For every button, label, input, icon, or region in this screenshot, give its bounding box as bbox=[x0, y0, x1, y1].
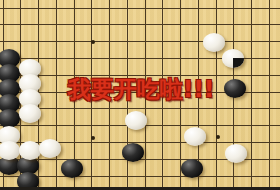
black-wedge-marker bbox=[222, 49, 244, 68]
black-stone[interactable] bbox=[61, 159, 83, 178]
board-bottom-edge bbox=[0, 187, 280, 190]
grid-vline bbox=[269, 0, 270, 190]
white-stone[interactable] bbox=[184, 127, 206, 146]
black-stone[interactable] bbox=[181, 159, 203, 178]
white-stone[interactable] bbox=[19, 141, 41, 160]
black-stone[interactable] bbox=[0, 109, 20, 128]
grid-vline bbox=[251, 0, 252, 190]
grid-hline bbox=[0, 176, 280, 177]
black-stone[interactable] bbox=[122, 143, 144, 162]
star-point bbox=[216, 135, 220, 139]
grid-hline bbox=[0, 41, 280, 42]
grid-hline bbox=[0, 8, 280, 9]
white-stone[interactable] bbox=[0, 141, 20, 160]
grid-vline bbox=[216, 0, 217, 190]
white-stone[interactable] bbox=[225, 144, 247, 163]
white-stone[interactable] bbox=[39, 139, 61, 158]
white-stone[interactable] bbox=[125, 111, 147, 130]
star-point bbox=[91, 40, 95, 44]
black-stone[interactable] bbox=[224, 79, 246, 98]
go-board: 我要开吃啦!!! bbox=[0, 0, 280, 190]
white-stone[interactable] bbox=[203, 33, 225, 52]
grid-hline bbox=[0, 24, 280, 25]
star-point bbox=[91, 136, 95, 140]
grid-hline bbox=[0, 108, 280, 109]
caption-text: 我要开吃啦!!! bbox=[68, 74, 214, 105]
white-stone[interactable] bbox=[19, 104, 41, 123]
white-stone[interactable] bbox=[222, 49, 244, 68]
grid-vline bbox=[56, 0, 57, 190]
